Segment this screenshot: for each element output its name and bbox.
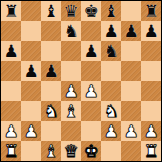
square-c6[interactable] bbox=[41, 41, 61, 61]
square-e2[interactable] bbox=[81, 121, 101, 141]
black-bishop-piece[interactable]: ♝ bbox=[43, 1, 58, 21]
white-pawn-piece[interactable]: ♟ bbox=[83, 81, 98, 101]
square-c1[interactable]: ♝ bbox=[41, 141, 61, 161]
square-b6[interactable] bbox=[21, 41, 41, 61]
square-f5[interactable] bbox=[101, 61, 121, 81]
square-a6[interactable]: ♟ bbox=[1, 41, 21, 61]
black-pawn-piece[interactable]: ♟ bbox=[103, 21, 118, 41]
black-pawn-piece[interactable]: ♟ bbox=[3, 41, 18, 61]
black-pawn-piece[interactable]: ♟ bbox=[43, 61, 58, 81]
square-d4[interactable]: ♟ bbox=[61, 81, 81, 101]
square-h3[interactable] bbox=[141, 101, 161, 121]
square-d1[interactable]: ♛ bbox=[61, 141, 81, 161]
square-b3[interactable] bbox=[21, 101, 41, 121]
white-rook-piece[interactable]: ♜ bbox=[3, 141, 18, 161]
white-bishop-piece[interactable]: ♝ bbox=[43, 141, 58, 161]
square-f6[interactable]: ♞ bbox=[101, 41, 121, 61]
square-g8[interactable] bbox=[121, 1, 141, 21]
square-h7[interactable]: ♟ bbox=[141, 21, 161, 41]
square-e1[interactable]: ♚ bbox=[81, 141, 101, 161]
white-rook-piece[interactable]: ♜ bbox=[143, 141, 158, 161]
square-c3[interactable]: ♞ bbox=[41, 101, 61, 121]
white-pawn-piece[interactable]: ♟ bbox=[3, 121, 18, 141]
square-d8[interactable]: ♛ bbox=[61, 1, 81, 21]
square-f7[interactable]: ♟ bbox=[101, 21, 121, 41]
square-g2[interactable]: ♟ bbox=[121, 121, 141, 141]
square-b7[interactable] bbox=[21, 21, 41, 41]
square-a8[interactable]: ♜ bbox=[1, 1, 21, 21]
white-pawn-piece[interactable]: ♟ bbox=[63, 81, 78, 101]
square-e6[interactable]: ♟ bbox=[81, 41, 101, 61]
black-pawn-piece[interactable]: ♟ bbox=[123, 21, 138, 41]
square-a2[interactable]: ♟ bbox=[1, 121, 21, 141]
black-rook-piece[interactable]: ♜ bbox=[3, 1, 18, 21]
square-c2[interactable] bbox=[41, 121, 61, 141]
square-h2[interactable]: ♟ bbox=[141, 121, 161, 141]
square-a7[interactable] bbox=[1, 21, 21, 41]
square-c5[interactable]: ♟ bbox=[41, 61, 61, 81]
square-b4[interactable] bbox=[21, 81, 41, 101]
white-knight-piece[interactable]: ♞ bbox=[103, 101, 118, 121]
square-a5[interactable] bbox=[1, 61, 21, 81]
square-b5[interactable]: ♟ bbox=[21, 61, 41, 81]
square-h8[interactable]: ♜ bbox=[141, 1, 161, 21]
square-g5[interactable] bbox=[121, 61, 141, 81]
square-g3[interactable] bbox=[121, 101, 141, 121]
white-pawn-piece[interactable]: ♟ bbox=[103, 121, 118, 141]
square-e8[interactable]: ♚ bbox=[81, 1, 101, 21]
square-a1[interactable]: ♜ bbox=[1, 141, 21, 161]
square-d2[interactable] bbox=[61, 121, 81, 141]
black-rook-piece[interactable]: ♜ bbox=[143, 1, 158, 21]
white-king-piece[interactable]: ♚ bbox=[83, 141, 98, 161]
white-bishop-piece[interactable]: ♝ bbox=[63, 101, 78, 121]
chess-board-frame: ♜♝♛♚♝♜♞♟♟♟♟♟♞♟♟♟♟♞♝♞♟♟♟♟♟♜♝♛♚♜ bbox=[0, 0, 162, 162]
square-f8[interactable]: ♝ bbox=[101, 1, 121, 21]
black-pawn-piece[interactable]: ♟ bbox=[83, 41, 98, 61]
square-d6[interactable] bbox=[61, 41, 81, 61]
black-king-piece[interactable]: ♚ bbox=[83, 1, 98, 21]
chess-board: ♜♝♛♚♝♜♞♟♟♟♟♟♞♟♟♟♟♞♝♞♟♟♟♟♟♜♝♛♚♜ bbox=[1, 1, 161, 161]
square-d5[interactable] bbox=[61, 61, 81, 81]
square-e4[interactable]: ♟ bbox=[81, 81, 101, 101]
square-a3[interactable] bbox=[1, 101, 21, 121]
black-pawn-piece[interactable]: ♟ bbox=[23, 61, 38, 81]
square-c7[interactable] bbox=[41, 21, 61, 41]
square-d7[interactable]: ♞ bbox=[61, 21, 81, 41]
black-pawn-piece[interactable]: ♟ bbox=[143, 21, 158, 41]
square-b1[interactable] bbox=[21, 141, 41, 161]
square-h4[interactable] bbox=[141, 81, 161, 101]
black-knight-piece[interactable]: ♞ bbox=[103, 41, 118, 61]
white-pawn-piece[interactable]: ♟ bbox=[23, 121, 38, 141]
white-queen-piece[interactable]: ♛ bbox=[63, 141, 78, 161]
square-a4[interactable] bbox=[1, 81, 21, 101]
square-f2[interactable]: ♟ bbox=[101, 121, 121, 141]
square-c4[interactable] bbox=[41, 81, 61, 101]
black-knight-piece[interactable]: ♞ bbox=[63, 21, 78, 41]
square-b8[interactable] bbox=[21, 1, 41, 21]
square-b2[interactable]: ♟ bbox=[21, 121, 41, 141]
square-g4[interactable] bbox=[121, 81, 141, 101]
square-g7[interactable]: ♟ bbox=[121, 21, 141, 41]
square-h1[interactable]: ♜ bbox=[141, 141, 161, 161]
black-queen-piece[interactable]: ♛ bbox=[63, 1, 78, 21]
square-c8[interactable]: ♝ bbox=[41, 1, 61, 21]
square-e3[interactable] bbox=[81, 101, 101, 121]
white-pawn-piece[interactable]: ♟ bbox=[123, 121, 138, 141]
square-f1[interactable] bbox=[101, 141, 121, 161]
white-knight-piece[interactable]: ♞ bbox=[43, 101, 58, 121]
square-d3[interactable]: ♝ bbox=[61, 101, 81, 121]
white-pawn-piece[interactable]: ♟ bbox=[143, 121, 158, 141]
square-g1[interactable] bbox=[121, 141, 141, 161]
square-h5[interactable] bbox=[141, 61, 161, 81]
square-e7[interactable] bbox=[81, 21, 101, 41]
square-h6[interactable] bbox=[141, 41, 161, 61]
square-f3[interactable]: ♞ bbox=[101, 101, 121, 121]
square-f4[interactable] bbox=[101, 81, 121, 101]
square-e5[interactable] bbox=[81, 61, 101, 81]
square-g6[interactable] bbox=[121, 41, 141, 61]
black-bishop-piece[interactable]: ♝ bbox=[103, 1, 118, 21]
